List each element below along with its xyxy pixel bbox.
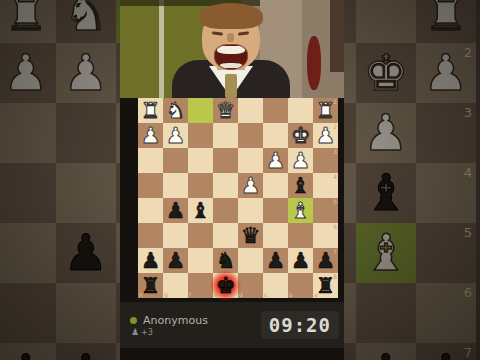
white-pawn[interactable]: ♟ <box>291 148 311 173</box>
square-f2[interactable] <box>188 123 213 148</box>
man-upper-teeth <box>217 46 245 54</box>
square-f3[interactable] <box>188 148 213 173</box>
white-pawn[interactable]: ♟ <box>266 148 286 173</box>
player-name: Anonymous <box>143 314 208 327</box>
square-a5[interactable]: 5 <box>313 198 338 223</box>
square-c6[interactable] <box>263 223 288 248</box>
rank-coordinate-5: 5 <box>333 198 337 205</box>
man-lower-teeth <box>220 63 242 68</box>
black-pawn[interactable]: ♟ <box>141 248 161 273</box>
square-d3[interactable] <box>238 148 263 173</box>
square-b6[interactable] <box>288 223 313 248</box>
square-h2[interactable]: ♟ <box>138 123 163 148</box>
square-e8[interactable]: ♚e <box>213 273 238 298</box>
file-coordinate-c: c <box>264 291 267 298</box>
square-a6[interactable]: 6 <box>313 223 338 248</box>
square-g1[interactable]: ♞ <box>163 98 188 123</box>
black-pawn[interactable]: ♟ <box>166 248 186 273</box>
file-coordinate-e: e <box>214 291 218 298</box>
square-g8[interactable]: g <box>163 273 188 298</box>
square-c4[interactable] <box>263 173 288 198</box>
square-b7[interactable]: ♟ <box>288 248 313 273</box>
square-d1[interactable] <box>238 98 263 123</box>
square-d2[interactable] <box>238 123 263 148</box>
white-knight[interactable]: ♞ <box>166 98 186 123</box>
square-c7[interactable]: ♟ <box>263 248 288 273</box>
online-status-icon <box>130 317 137 324</box>
white-pawn[interactable]: ♟ <box>141 123 161 148</box>
captured-pawn-icon: ♟ <box>131 328 139 337</box>
file-coordinate-b: b <box>289 291 293 298</box>
rank-coordinate-3: 3 <box>333 148 337 155</box>
meme-dark-corner <box>330 0 344 72</box>
square-e7[interactable]: ♞ <box>213 248 238 273</box>
player-bar: Anonymous ♟ +3 09:20 <box>120 302 344 348</box>
black-pawn[interactable]: ♟ <box>291 248 311 273</box>
square-g6[interactable] <box>163 223 188 248</box>
square-b3[interactable]: ♟ <box>288 148 313 173</box>
rank-coordinate-7: 7 <box>333 248 337 255</box>
white-rook[interactable]: ♜ <box>141 98 161 123</box>
white-pawn[interactable]: ♟ <box>166 123 186 148</box>
square-f6[interactable] <box>188 223 213 248</box>
black-pawn[interactable]: ♟ <box>166 198 186 223</box>
square-a7[interactable]: ♟7 <box>313 248 338 273</box>
black-knight[interactable]: ♞ <box>216 248 236 273</box>
square-c3[interactable]: ♟ <box>263 148 288 173</box>
square-d5[interactable] <box>238 198 263 223</box>
square-d4[interactable]: ♟ <box>238 173 263 198</box>
square-c5[interactable] <box>263 198 288 223</box>
square-f4[interactable] <box>188 173 213 198</box>
square-g4[interactable] <box>163 173 188 198</box>
square-g7[interactable]: ♟ <box>163 248 188 273</box>
square-h1[interactable]: ♜ <box>138 98 163 123</box>
black-bishop[interactable]: ♝ <box>291 173 311 198</box>
square-h8[interactable]: ♜h <box>138 273 163 298</box>
square-b2[interactable]: ♚ <box>288 123 313 148</box>
chess-board: ♜♞♛♜1♟♟♚♟2♟♟3♟♝4♟♝♝5♛6♟♟♞♟♟♟7♜hgf♚edcb♜8… <box>138 98 338 298</box>
meme-white-stripe <box>159 0 164 98</box>
square-h7[interactable]: ♟ <box>138 248 163 273</box>
square-g3[interactable] <box>163 148 188 173</box>
man-laughing-mouth <box>214 44 248 70</box>
square-d6[interactable]: ♛ <box>238 223 263 248</box>
square-e6[interactable] <box>213 223 238 248</box>
square-b4[interactable]: ♝ <box>288 173 313 198</box>
black-king[interactable]: ♚ <box>216 273 236 298</box>
square-a3[interactable]: 3 <box>313 148 338 173</box>
rank-coordinate-6: 6 <box>333 223 337 230</box>
rank-coordinate-2: 2 <box>333 123 337 130</box>
square-f1[interactable] <box>188 98 213 123</box>
square-g2[interactable]: ♟ <box>163 123 188 148</box>
screenshot-stage: ♜♞♛♜1♟♟♚♟2♟♟3♟♝4♟♝♝5♛6♟♟♞♟♟♟7♜hgf♚edcb♜8… <box>0 0 480 360</box>
square-c1[interactable] <box>263 98 288 123</box>
white-queen[interactable]: ♛ <box>216 98 236 123</box>
file-coordinate-f: f <box>189 291 191 298</box>
square-c8[interactable]: c <box>263 273 288 298</box>
square-b5[interactable]: ♝ <box>288 198 313 223</box>
white-king[interactable]: ♚ <box>291 123 311 148</box>
square-d8[interactable]: d <box>238 273 263 298</box>
captured-pieces: ♟ +3 <box>130 328 208 337</box>
black-bishop[interactable]: ♝ <box>191 198 211 223</box>
black-rook[interactable]: ♜ <box>141 273 161 298</box>
player-info: Anonymous ♟ +3 <box>130 314 208 337</box>
black-pawn[interactable]: ♟ <box>266 248 286 273</box>
man-nose <box>227 33 234 42</box>
meme-red-shape <box>307 36 321 90</box>
square-d7[interactable] <box>238 248 263 273</box>
laughing-man-meme-image <box>120 0 344 98</box>
square-h6[interactable] <box>138 223 163 248</box>
square-a4[interactable]: 4 <box>313 173 338 198</box>
square-a1[interactable]: ♜1 <box>313 98 338 123</box>
square-b1[interactable] <box>288 98 313 123</box>
rank-coordinate-1: 1 <box>333 98 337 105</box>
board-area: ♜♞♛♜1♟♟♚♟2♟♟3♟♝4♟♝♝5♛6♟♟♞♟♟♟7♜hgf♚edcb♜8… <box>120 98 344 298</box>
man-tie <box>225 74 237 98</box>
square-a2[interactable]: ♟2 <box>313 123 338 148</box>
black-queen[interactable]: ♛ <box>241 223 261 248</box>
file-coordinate-g: g <box>164 291 168 298</box>
square-b8[interactable]: b <box>288 273 313 298</box>
square-h4[interactable] <box>138 173 163 198</box>
square-h5[interactable] <box>138 198 163 223</box>
square-e1[interactable]: ♛ <box>213 98 238 123</box>
square-a8[interactable]: ♜8a <box>313 273 338 298</box>
material-advantage: +3 <box>141 328 153 337</box>
white-pawn[interactable]: ♟ <box>241 173 261 198</box>
rank-coordinate-8: 8 <box>333 273 337 280</box>
square-h3[interactable] <box>138 148 163 173</box>
square-e2[interactable] <box>213 123 238 148</box>
square-e4[interactable] <box>213 173 238 198</box>
square-e5[interactable] <box>213 198 238 223</box>
square-g5[interactable]: ♟ <box>163 198 188 223</box>
file-coordinate-a: a <box>314 291 318 298</box>
player-clock: 09:20 <box>261 311 339 339</box>
video-column: ♜♞♛♜1♟♟♚♟2♟♟3♟♝4♟♝♝5♛6♟♟♞♟♟♟7♜hgf♚edcb♜8… <box>120 0 344 360</box>
rank-coordinate-4: 4 <box>333 173 337 180</box>
white-bishop[interactable]: ♝ <box>291 198 311 223</box>
square-f5[interactable]: ♝ <box>188 198 213 223</box>
square-e3[interactable] <box>213 148 238 173</box>
man-hair <box>199 3 263 29</box>
file-coordinate-d: d <box>239 291 243 298</box>
square-c2[interactable] <box>263 123 288 148</box>
file-coordinate-h: h <box>139 291 143 298</box>
